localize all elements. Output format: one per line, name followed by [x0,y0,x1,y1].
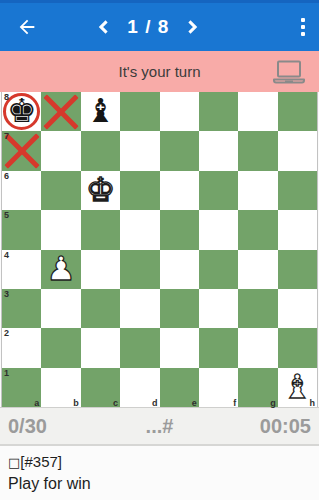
overflow-menu-button[interactable] [299,16,307,38]
white-bishop-h1[interactable]: ♝ [283,370,313,403]
rank-label-8: 8 [4,92,9,103]
square-b6[interactable] [41,171,80,210]
square-h6[interactable] [278,171,317,210]
square-d4[interactable] [120,250,159,289]
rank-label-2: 2 [4,328,9,339]
status-bar: 0/30 ...# 00:05 [0,407,319,446]
app-bar-actions [261,16,307,38]
square-c5[interactable] [81,210,120,249]
square-e4[interactable] [160,250,199,289]
square-e6[interactable] [160,171,199,210]
square-d2[interactable] [120,328,159,367]
back-button[interactable] [14,14,40,40]
square-e7[interactable] [160,131,199,170]
square-h5[interactable] [278,210,317,249]
square-a6[interactable]: 6 [2,171,41,210]
square-b5[interactable] [41,210,80,249]
square-f1[interactable]: f [199,368,238,407]
square-c8[interactable]: ♝ [81,92,120,131]
square-b2[interactable] [41,328,80,367]
square-e3[interactable] [160,289,199,328]
app-window: 1 / 8 It's your turn 8♚♝76♚54♟321abcdefg… [0,0,319,500]
square-b7[interactable] [41,131,80,170]
square-f4[interactable] [199,250,238,289]
prev-puzzle-button[interactable] [93,17,113,37]
app-bar: 1 / 8 [0,0,319,51]
square-c2[interactable] [81,328,120,367]
file-label-a: a [34,398,39,408]
computer-opponent-icon [273,60,305,83]
square-h3[interactable] [278,289,317,328]
chess-board[interactable]: 8♚♝76♚54♟321abcdefgh♝ [2,92,317,407]
arrow-left-icon [16,16,38,38]
square-a2[interactable]: 2 [2,328,41,367]
file-label-f: f [233,398,236,408]
puzzle-id-line: □[#357] [8,451,311,473]
black-bishop-c8[interactable]: ♝ [86,94,116,127]
turn-banner-text: It's your turn [118,63,200,80]
square-g2[interactable] [238,328,277,367]
square-g7[interactable] [238,131,277,170]
square-a7[interactable]: 7 [2,131,41,170]
square-a1[interactable]: 1a [2,368,41,407]
square-f8[interactable] [199,92,238,131]
square-c7[interactable] [81,131,120,170]
board-area: 8♚♝76♚54♟321abcdefgh♝ [0,92,319,407]
puzzle-id: [#357] [20,453,62,470]
vertical-dots-icon [301,18,305,22]
square-f7[interactable] [199,131,238,170]
square-c6[interactable]: ♚ [81,171,120,210]
chevron-right-icon [183,17,203,37]
square-a5[interactable]: 5 [2,210,41,249]
square-g5[interactable] [238,210,277,249]
square-c1[interactable]: c [81,368,120,407]
square-e2[interactable] [160,328,199,367]
square-d3[interactable] [120,289,159,328]
square-d6[interactable] [120,171,159,210]
square-d7[interactable] [120,131,159,170]
square-b4[interactable]: ♟ [41,250,80,289]
rank-label-6: 6 [4,171,9,182]
file-label-h: h [310,398,316,408]
puzzle-info: □[#357] Play for win [0,446,319,500]
square-g1[interactable]: g [238,368,277,407]
score-counter: 0/30 [8,415,47,438]
white-to-move-icon: □ [8,455,20,470]
square-e1[interactable]: e [160,368,199,407]
chevron-left-icon [93,17,113,37]
red-x-mark-b8 [41,92,80,131]
rank-label-3: 3 [4,289,9,300]
square-d5[interactable] [120,210,159,249]
black-king-a8[interactable]: ♚ [7,94,37,127]
turn-banner: It's your turn [0,51,319,92]
timer: 00:05 [260,415,311,438]
file-label-c: c [113,398,118,408]
rank-label-5: 5 [4,210,9,221]
rank-label-4: 4 [4,250,9,261]
square-a3[interactable]: 3 [2,289,41,328]
square-f5[interactable] [199,210,238,249]
white-pawn-b4[interactable]: ♟ [46,252,76,285]
square-f6[interactable] [199,171,238,210]
square-h7[interactable] [278,131,317,170]
square-f3[interactable] [199,289,238,328]
file-label-b: b [73,398,79,408]
square-b1[interactable]: b [41,368,80,407]
square-f2[interactable] [199,328,238,367]
puzzle-list-button[interactable] [261,19,277,35]
square-h2[interactable] [278,328,317,367]
square-h1[interactable]: h♝ [278,368,317,407]
square-g4[interactable] [238,250,277,289]
square-h8[interactable] [278,92,317,131]
rank-label-7: 7 [4,131,9,142]
square-a8[interactable]: 8♚ [2,92,41,131]
puzzle-navigation: 1 / 8 [93,16,203,38]
file-label-d: d [152,398,158,408]
square-g6[interactable] [238,171,277,210]
square-h4[interactable] [278,250,317,289]
square-g3[interactable] [238,289,277,328]
next-puzzle-button[interactable] [183,17,203,37]
moves-hint: ...# [146,415,174,438]
file-label-e: e [192,398,197,408]
square-d1[interactable]: d [120,368,159,407]
file-label-g: g [270,398,276,408]
square-b8[interactable] [41,92,80,131]
puzzle-goal: Play for win [8,473,311,495]
square-b3[interactable] [41,289,80,328]
puzzle-counter: 1 / 8 [127,16,169,38]
square-c4[interactable] [81,250,120,289]
square-a4[interactable]: 4 [2,250,41,289]
white-king-c6[interactable]: ♚ [86,173,116,206]
square-e5[interactable] [160,210,199,249]
square-e8[interactable] [160,92,199,131]
square-c3[interactable] [81,289,120,328]
square-d8[interactable] [120,92,159,131]
square-g8[interactable] [238,92,277,131]
rank-label-1: 1 [4,368,9,379]
